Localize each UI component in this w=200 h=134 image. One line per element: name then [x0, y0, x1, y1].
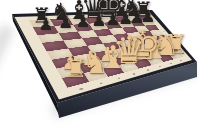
- pieces-layer: ♜♞♝♛♚♝♞♜♟♟♟♟♟♟♟♟♟♟♟♟♟♟♟♟♜♞♝♛♚♝♞♜: [0, 0, 200, 134]
- product-photo-scene: ♜♞♝♛♚♝♞♜♟♟♟♟♟♟♟♟♟♟♟♟♟♟♟♟♜♞♝♛♚♝♞♜: [0, 0, 200, 134]
- piece-black-pawn-b7[interactable]: ♟: [58, 14, 73, 31]
- piece-black-pawn-a7[interactable]: ♟: [38, 15, 53, 32]
- piece-black-pawn-d7[interactable]: ♟: [91, 11, 106, 28]
- piece-white-rook-a1[interactable]: ♜: [64, 57, 87, 83]
- piece-black-pawn-c7[interactable]: ♟: [76, 13, 91, 30]
- piece-black-pawn-e7[interactable]: ♟: [105, 10, 120, 27]
